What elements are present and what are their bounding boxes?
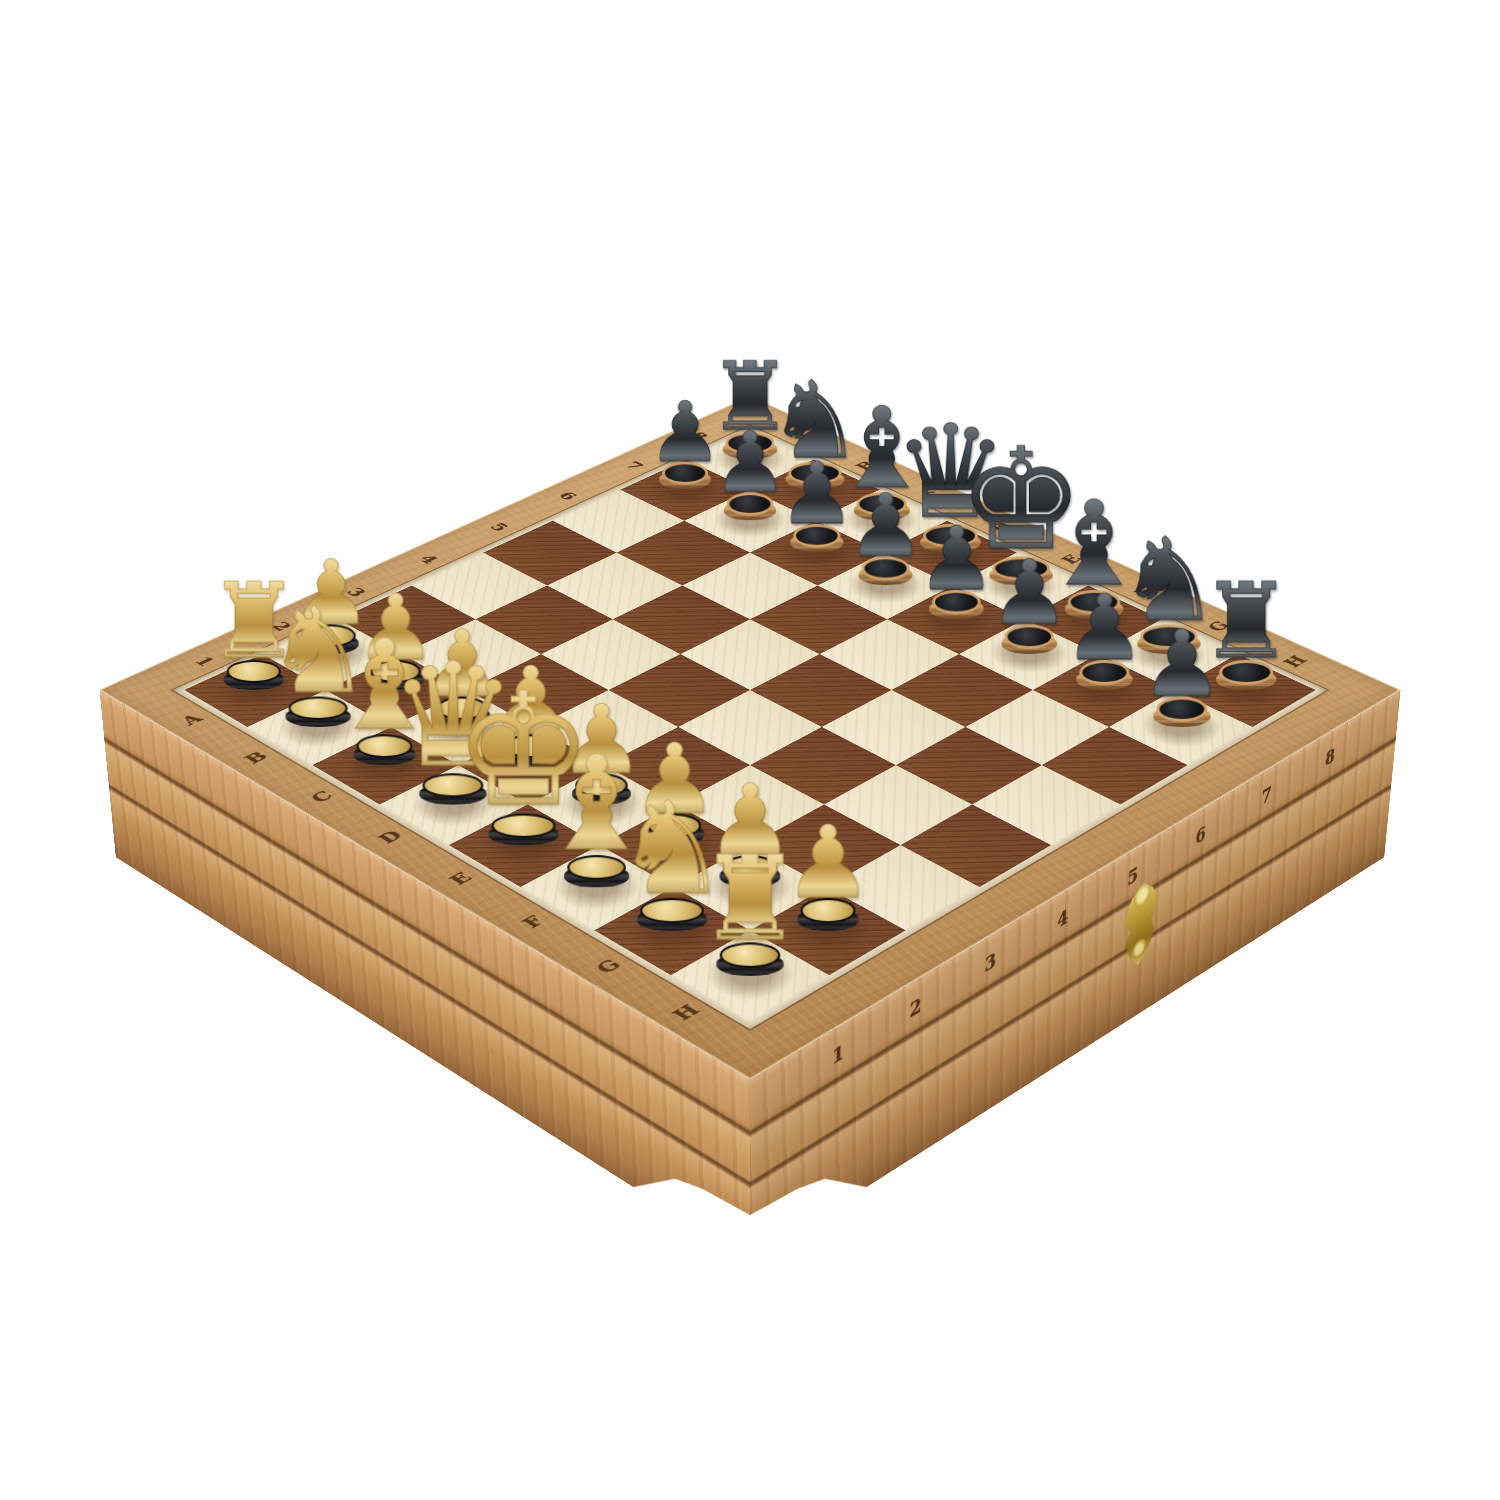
rank-label-left-7: 7 xyxy=(606,452,662,478)
product-photo-stage: 12345678ABCDEFGHABCDEFGH 12345678 ♜♞♝♛♚♝… xyxy=(0,0,1500,1500)
file-label-top-B: B xyxy=(837,452,893,478)
piece-base xyxy=(1153,697,1210,728)
white-rook-icon: ♜ xyxy=(671,840,828,957)
file-label-top-A: A xyxy=(773,423,829,449)
black-pawn: ♟ xyxy=(1111,618,1254,727)
piece-base-top xyxy=(720,942,781,968)
white-rook: ♜ xyxy=(671,840,828,976)
piece-base xyxy=(716,942,783,976)
chess-board-case: 12345678ABCDEFGHABCDEFGH 12345678 ♜♞♝♛♚♝… xyxy=(99,396,1400,1079)
rank-label-left-5: 5 xyxy=(471,513,529,541)
piece-base-top xyxy=(1156,697,1207,722)
rank-label-left-8: 8 xyxy=(672,423,728,449)
file-label-top-C: C xyxy=(903,482,960,509)
rank-label-left-6: 6 xyxy=(539,482,596,509)
file-label-top-D: D xyxy=(971,513,1029,541)
rank-label-left-4: 4 xyxy=(400,545,459,574)
